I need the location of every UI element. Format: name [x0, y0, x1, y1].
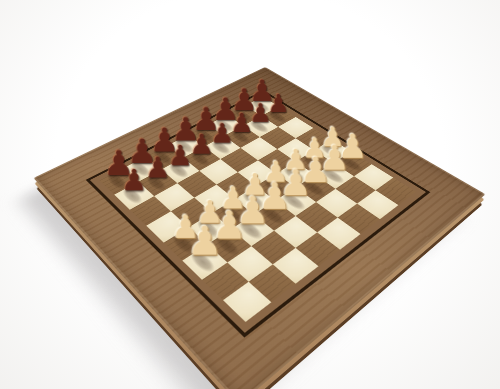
chess-board: ♟♟♟♟♟♟♟♟♟♟♟♟♟♟♟♟♟♟♟♟♟♟♟♟♟♟♟♟♟♟♟♟ [33, 67, 485, 389]
photo-scene: ♟♟♟♟♟♟♟♟♟♟♟♟♟♟♟♟♟♟♟♟♟♟♟♟♟♟♟♟♟♟♟♟ [0, 0, 500, 389]
light-pawn-shaped-piece: ♟ [182, 220, 228, 261]
dark-pawn-shaped-piece: ♟ [114, 165, 155, 196]
